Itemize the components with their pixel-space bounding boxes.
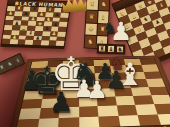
mini-board-cell — [56, 41, 64, 46]
mini-piece: ♜ — [89, 0, 95, 6]
mini-piece: ♞ — [87, 39, 93, 45]
captured-white-pawn: ♟ — [110, 19, 132, 44]
mini-piece: ♚ — [88, 26, 94, 32]
mini-board-cell: ♚ — [85, 23, 96, 35]
mini-piece: ♞ — [101, 1, 107, 7]
black-pawn[interactable]: ♟ — [49, 88, 73, 115]
mini-piece: ♝ — [15, 57, 21, 63]
board-square[interactable] — [98, 116, 119, 127]
board-square[interactable] — [58, 117, 79, 127]
mini-piece: ♞ — [7, 61, 13, 67]
board-square[interactable] — [154, 104, 170, 114]
rook-button[interactable]: ♜ — [98, 45, 106, 53]
mini-board-cell: ♞ — [98, 0, 109, 10]
black-player-mini-board: ♜♛♝♜♟♞♟♟♟♞♟♚♟♟♟♝♟♟♟ — [2, 6, 70, 46]
board-square[interactable] — [37, 118, 59, 127]
mini-piece: ♜ — [0, 64, 5, 70]
black-player-board: BLACK HUMAN ♜♛♝♜♟♞♟♟♟♞♟♚♟♟♟♝♟♟♟ — [0, 0, 72, 49]
mini-board-cell: ♜ — [87, 0, 98, 10]
board-square[interactable] — [16, 118, 39, 127]
table-surface: BLACK HUMAN ♜♛♝♜♟♞♟♟♟♞♟♚♟♟♟♝♟♟♟ WHITE ♜♛… — [0, 0, 170, 127]
board-square[interactable] — [118, 115, 140, 127]
mini-board-cell: ♛ — [86, 10, 97, 22]
board-square[interactable] — [79, 116, 100, 127]
white-bishop[interactable]: ♝ — [116, 59, 144, 90]
board-square[interactable] — [157, 113, 170, 124]
mini-piece: ♛ — [89, 13, 95, 19]
